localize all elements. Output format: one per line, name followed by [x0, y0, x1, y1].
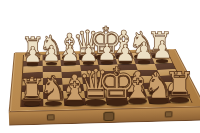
- square-d1: [85, 97, 107, 105]
- hinge-icon: [47, 114, 55, 120]
- square-b1: [43, 98, 65, 106]
- square-h1: [167, 95, 191, 103]
- hinge-icon: [164, 111, 172, 117]
- square-a1: [21, 99, 43, 107]
- square-g1: [147, 96, 171, 104]
- square-f1: [126, 96, 149, 104]
- board-front-edge: [9, 106, 200, 125]
- chess-board: [9, 49, 200, 112]
- chess-set-photo: ♜♞♝♛♚♝♞♜♟♟♟♟♟♟♟♟♟♟♟♟♟♟♟♟♜♞♝♛♚♝♞♜: [0, 0, 200, 133]
- square-c1: [64, 98, 86, 106]
- clasp-icon: [103, 112, 114, 122]
- square-e1: [105, 97, 128, 105]
- board-grid: [20, 52, 193, 107]
